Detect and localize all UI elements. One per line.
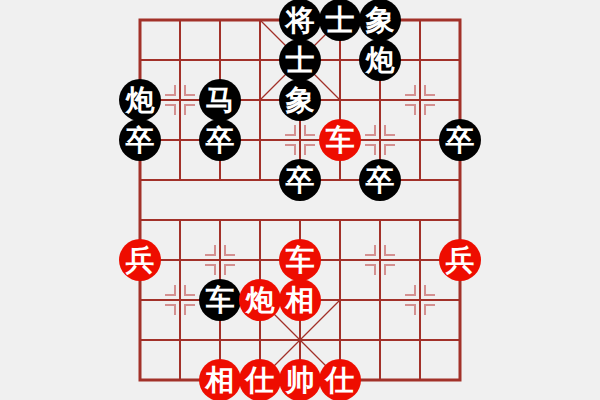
black-cannon[interactable]: 炮 [359, 39, 401, 81]
red-advisor[interactable]: 仕 [319, 359, 361, 400]
xiangqi-board: 将士象士炮炮马象卒卒车卒卒卒兵车兵车炮相相仕帅仕 [140, 20, 460, 380]
black-soldier[interactable]: 卒 [199, 119, 241, 161]
red-chariot[interactable]: 车 [319, 119, 361, 161]
black-cannon[interactable]: 炮 [119, 79, 161, 121]
red-advisor[interactable]: 仕 [239, 359, 281, 400]
black-advisor[interactable]: 士 [319, 0, 361, 41]
black-soldier[interactable]: 卒 [119, 119, 161, 161]
red-soldier[interactable]: 兵 [119, 239, 161, 281]
black-soldier[interactable]: 卒 [359, 159, 401, 201]
black-general[interactable]: 将 [279, 0, 321, 41]
piece-layer: 将士象士炮炮马象卒卒车卒卒卒兵车兵车炮相相仕帅仕 [120, 0, 480, 400]
black-elephant[interactable]: 象 [359, 0, 401, 41]
red-cannon[interactable]: 炮 [239, 279, 281, 321]
xiangqi-screenshot: { "game": "xiangqi", "position": { "fen"… [0, 0, 600, 400]
black-chariot[interactable]: 车 [199, 279, 241, 321]
red-elephant[interactable]: 相 [199, 359, 241, 400]
black-elephant[interactable]: 象 [279, 79, 321, 121]
black-advisor[interactable]: 士 [279, 39, 321, 81]
red-soldier[interactable]: 兵 [439, 239, 481, 281]
black-soldier[interactable]: 卒 [439, 119, 481, 161]
red-general[interactable]: 帅 [279, 359, 321, 400]
black-horse[interactable]: 马 [199, 79, 241, 121]
red-elephant[interactable]: 相 [279, 279, 321, 321]
black-soldier[interactable]: 卒 [279, 159, 321, 201]
red-chariot[interactable]: 车 [279, 239, 321, 281]
